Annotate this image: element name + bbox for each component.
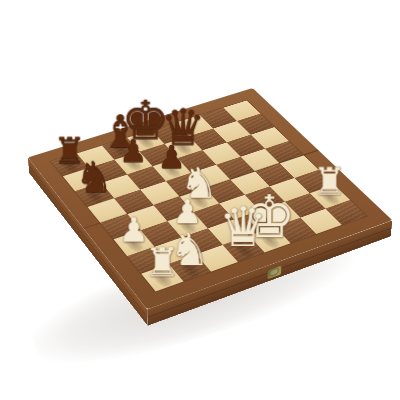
square-a3 (294, 170, 334, 193)
piece-shadow (82, 185, 107, 204)
product-photo-scene: ♜♛♚♚♟♞♛♝♟♟♞♜♞♟♜ (0, 0, 400, 400)
piece-shadow (149, 267, 176, 289)
piece-shadow (176, 257, 203, 279)
piece-shadow (230, 238, 258, 259)
piece-shadow (171, 138, 196, 155)
piece-shadow (186, 190, 212, 209)
square-a1 (325, 200, 366, 225)
piece-shadow (121, 154, 146, 172)
brass-clasp (267, 265, 281, 279)
clasp-loop-icon (270, 267, 279, 277)
piece-shadow (256, 229, 284, 250)
